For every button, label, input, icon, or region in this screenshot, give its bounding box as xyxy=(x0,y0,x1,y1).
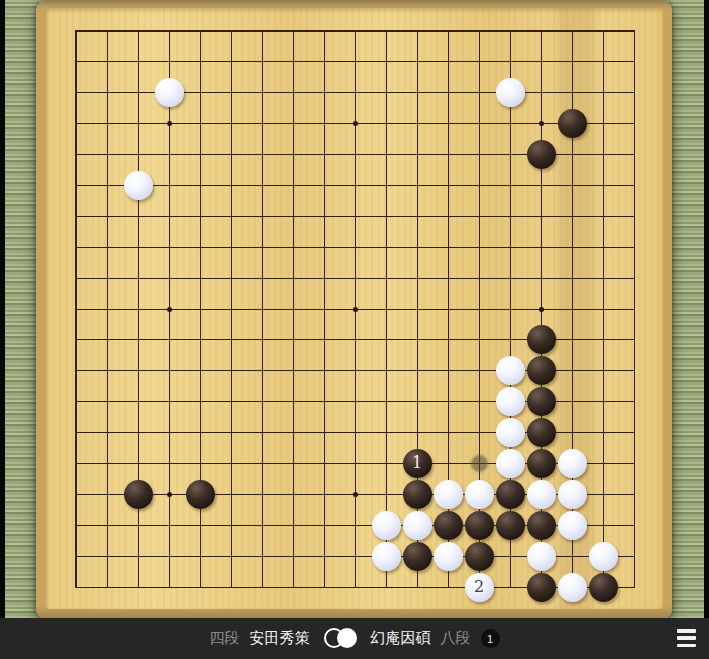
black-player-name: 安田秀策 xyxy=(250,629,310,648)
stone-black xyxy=(186,480,215,509)
stone-white xyxy=(589,542,618,571)
stone-white xyxy=(124,171,153,200)
stone-white xyxy=(496,356,525,385)
hamburger-icon xyxy=(677,636,696,640)
stone-black xyxy=(403,542,432,571)
stone-white xyxy=(496,418,525,447)
menu-button[interactable] xyxy=(677,629,696,647)
stone-white xyxy=(527,480,556,509)
stone-white xyxy=(434,480,463,509)
bottom-bar: 四段 安田秀策 幻庵因碩 八段 1 xyxy=(0,618,709,659)
grid-line xyxy=(603,31,604,588)
stone-white xyxy=(496,449,525,478)
board-face: 12 xyxy=(46,8,663,609)
right-edge-strip xyxy=(704,0,709,618)
stone-black xyxy=(496,480,525,509)
stone-black xyxy=(527,140,556,169)
stone-white xyxy=(403,511,432,540)
left-edge-strip xyxy=(0,0,5,618)
star-point xyxy=(353,492,358,497)
stone-white xyxy=(558,480,587,509)
player-info-group: 四段 安田秀策 幻庵因碩 八段 1 xyxy=(210,628,500,649)
stone-white xyxy=(372,511,401,540)
stone-white xyxy=(496,387,525,416)
go-board: 12 xyxy=(36,0,672,618)
grid-line xyxy=(634,31,635,588)
star-point xyxy=(539,121,544,126)
stone-black xyxy=(527,449,556,478)
board-grid[interactable]: 12 xyxy=(76,31,634,587)
color-toggle[interactable] xyxy=(324,628,357,649)
stone-black xyxy=(124,480,153,509)
stone-black xyxy=(527,356,556,385)
stone-black: 1 xyxy=(403,449,432,478)
stone-black xyxy=(496,511,525,540)
stone-white xyxy=(558,449,587,478)
stone-black xyxy=(527,418,556,447)
stone-black xyxy=(403,480,432,509)
grid-line xyxy=(386,31,387,588)
stone-white xyxy=(372,542,401,571)
stone-white: 2 xyxy=(465,573,494,602)
stone-white xyxy=(496,78,525,107)
stone-black xyxy=(558,109,587,138)
go-kifu-app: 12 四段 安田秀策 幻庵因碩 八段 1 xyxy=(0,0,709,659)
star-point xyxy=(167,121,172,126)
stone-black xyxy=(527,387,556,416)
stone-black xyxy=(589,573,618,602)
stone-black xyxy=(527,325,556,354)
stone-black xyxy=(465,542,494,571)
stone-white xyxy=(558,511,587,540)
move-number-label: 1 xyxy=(412,455,422,471)
white-stone-icon xyxy=(337,628,357,648)
star-point xyxy=(353,121,358,126)
star-point xyxy=(353,307,358,312)
stone-white xyxy=(527,542,556,571)
hamburger-icon xyxy=(677,629,696,633)
stone-white xyxy=(558,573,587,602)
stone-white xyxy=(155,78,184,107)
stone-white xyxy=(434,542,463,571)
star-point xyxy=(167,492,172,497)
white-player-name: 幻庵因碩 xyxy=(371,629,431,648)
stone-black xyxy=(527,573,556,602)
ghost-marker xyxy=(471,455,488,472)
black-player-rank: 四段 xyxy=(210,629,240,648)
stone-black xyxy=(434,511,463,540)
star-point xyxy=(539,307,544,312)
white-player-rank: 八段 xyxy=(441,629,471,648)
stone-black xyxy=(465,511,494,540)
hamburger-icon xyxy=(677,644,696,648)
move-count-badge: 1 xyxy=(481,629,500,648)
star-point xyxy=(167,307,172,312)
stone-black xyxy=(527,511,556,540)
move-number-label: 2 xyxy=(474,579,484,595)
stone-white xyxy=(465,480,494,509)
